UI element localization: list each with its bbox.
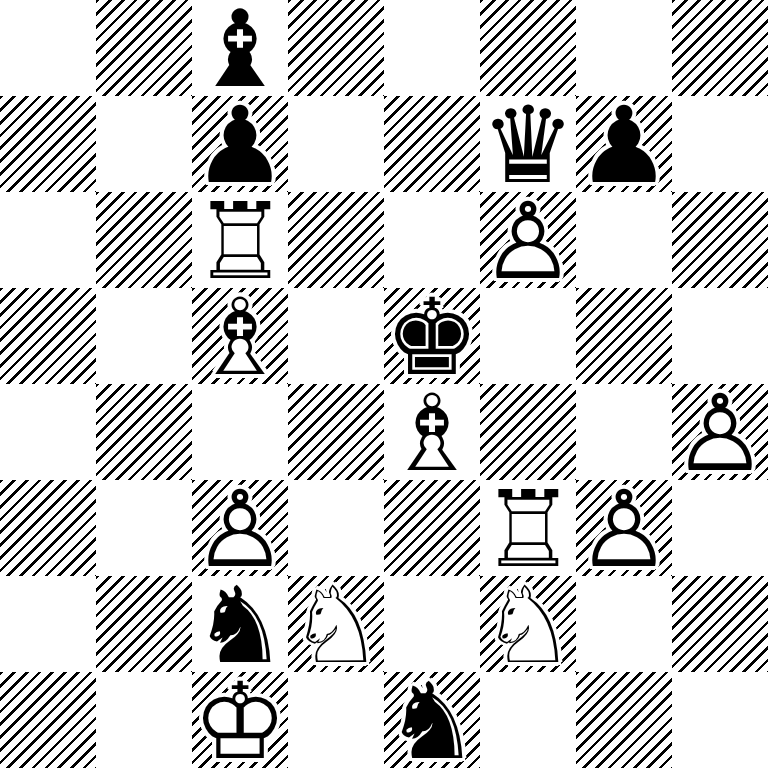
square-a7[interactable] xyxy=(0,96,96,192)
piece-white-rook[interactable]: ♜♖ xyxy=(480,480,576,576)
square-b6[interactable] xyxy=(96,192,192,288)
piece-glyph: ♘ xyxy=(288,578,384,674)
square-g1[interactable] xyxy=(576,672,672,768)
square-h7[interactable] xyxy=(672,96,768,192)
square-g4[interactable] xyxy=(576,384,672,480)
piece-white-pawn[interactable]: ♟♙ xyxy=(576,480,672,576)
square-h3[interactable] xyxy=(672,480,768,576)
piece-white-rook[interactable]: ♜♖ xyxy=(192,192,288,288)
square-c4[interactable] xyxy=(192,384,288,480)
square-f3[interactable]: ♜♖ xyxy=(480,480,576,576)
piece-white-pawn[interactable]: ♟♙ xyxy=(480,192,576,288)
piece-glyph: ♗ xyxy=(192,290,288,386)
piece-glyph: ♘ xyxy=(480,578,576,674)
piece-white-knight[interactable]: ♞♘ xyxy=(288,576,384,672)
square-c3[interactable]: ♟♙ xyxy=(192,480,288,576)
square-c1[interactable]: ♚♔ xyxy=(192,672,288,768)
square-h5[interactable] xyxy=(672,288,768,384)
square-f4[interactable] xyxy=(480,384,576,480)
square-b7[interactable] xyxy=(96,96,192,192)
square-g5[interactable] xyxy=(576,288,672,384)
square-e6[interactable] xyxy=(384,192,480,288)
piece-white-knight[interactable]: ♞♘ xyxy=(480,576,576,672)
square-d3[interactable] xyxy=(288,480,384,576)
square-g2[interactable] xyxy=(576,576,672,672)
square-b8[interactable] xyxy=(96,0,192,96)
square-g8[interactable] xyxy=(576,0,672,96)
square-e3[interactable] xyxy=(384,480,480,576)
piece-black-pawn[interactable]: ♟♟ xyxy=(192,96,288,192)
square-g7[interactable]: ♟♟ xyxy=(576,96,672,192)
square-e5[interactable]: ♚♚ xyxy=(384,288,480,384)
square-d4[interactable] xyxy=(288,384,384,480)
chess-board: ♝♝♟♟♛♛♟♟♜♖♟♙♝♗♚♚♝♗♟♙♟♙♜♖♟♙♞♞♞♘♞♘♚♔♞♞ xyxy=(0,0,768,768)
square-d7[interactable] xyxy=(288,96,384,192)
piece-black-bishop[interactable]: ♝♝ xyxy=(192,0,288,96)
square-e2[interactable] xyxy=(384,576,480,672)
square-f5[interactable] xyxy=(480,288,576,384)
square-h4[interactable]: ♟♙ xyxy=(672,384,768,480)
square-c7[interactable]: ♟♟ xyxy=(192,96,288,192)
piece-glyph: ♞ xyxy=(384,674,480,768)
square-b4[interactable] xyxy=(96,384,192,480)
piece-white-pawn[interactable]: ♟♙ xyxy=(192,480,288,576)
square-g3[interactable]: ♟♙ xyxy=(576,480,672,576)
piece-glyph: ♔ xyxy=(192,674,288,768)
piece-white-bishop[interactable]: ♝♗ xyxy=(192,288,288,384)
piece-white-king[interactable]: ♚♔ xyxy=(192,672,288,768)
square-a1[interactable] xyxy=(0,672,96,768)
square-a5[interactable] xyxy=(0,288,96,384)
square-a6[interactable] xyxy=(0,192,96,288)
piece-glyph: ♗ xyxy=(384,386,480,482)
square-b5[interactable] xyxy=(96,288,192,384)
square-h6[interactable] xyxy=(672,192,768,288)
square-h2[interactable] xyxy=(672,576,768,672)
square-a8[interactable] xyxy=(0,0,96,96)
square-h8[interactable] xyxy=(672,0,768,96)
square-g6[interactable] xyxy=(576,192,672,288)
square-f2[interactable]: ♞♘ xyxy=(480,576,576,672)
piece-glyph: ♙ xyxy=(672,386,768,482)
piece-black-queen[interactable]: ♛♛ xyxy=(480,96,576,192)
square-e7[interactable] xyxy=(384,96,480,192)
piece-glyph: ♙ xyxy=(480,194,576,290)
square-d6[interactable] xyxy=(288,192,384,288)
square-e8[interactable] xyxy=(384,0,480,96)
square-c8[interactable]: ♝♝ xyxy=(192,0,288,96)
square-h1[interactable] xyxy=(672,672,768,768)
piece-black-knight[interactable]: ♞♞ xyxy=(192,576,288,672)
piece-glyph: ♟ xyxy=(576,98,672,194)
square-b2[interactable] xyxy=(96,576,192,672)
square-f6[interactable]: ♟♙ xyxy=(480,192,576,288)
square-e4[interactable]: ♝♗ xyxy=(384,384,480,480)
piece-white-pawn[interactable]: ♟♙ xyxy=(672,384,768,480)
square-d5[interactable] xyxy=(288,288,384,384)
square-c2[interactable]: ♞♞ xyxy=(192,576,288,672)
square-e1[interactable]: ♞♞ xyxy=(384,672,480,768)
square-d8[interactable] xyxy=(288,0,384,96)
square-b1[interactable] xyxy=(96,672,192,768)
piece-glyph: ♙ xyxy=(576,482,672,578)
square-a2[interactable] xyxy=(0,576,96,672)
square-f1[interactable] xyxy=(480,672,576,768)
square-f7[interactable]: ♛♛ xyxy=(480,96,576,192)
square-f8[interactable] xyxy=(480,0,576,96)
square-c5[interactable]: ♝♗ xyxy=(192,288,288,384)
square-d1[interactable] xyxy=(288,672,384,768)
square-a4[interactable] xyxy=(0,384,96,480)
square-c6[interactable]: ♜♖ xyxy=(192,192,288,288)
square-b3[interactable] xyxy=(96,480,192,576)
piece-black-knight[interactable]: ♞♞ xyxy=(384,672,480,768)
piece-white-bishop[interactable]: ♝♗ xyxy=(384,384,480,480)
piece-black-king[interactable]: ♚♚ xyxy=(384,288,480,384)
square-d2[interactable]: ♞♘ xyxy=(288,576,384,672)
piece-black-pawn[interactable]: ♟♟ xyxy=(576,96,672,192)
square-a3[interactable] xyxy=(0,480,96,576)
